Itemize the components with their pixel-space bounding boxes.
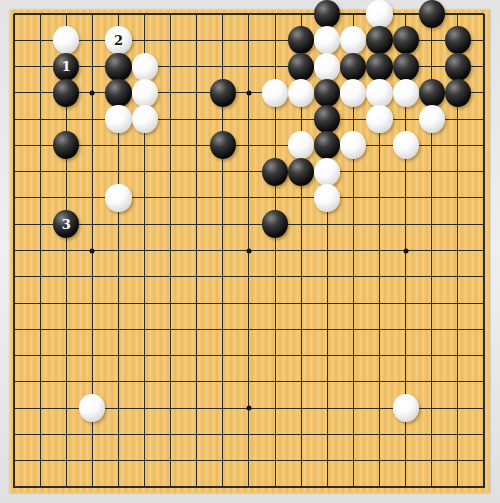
intersection[interactable] [27, 342, 53, 368]
intersection[interactable] [132, 342, 158, 368]
intersection[interactable] [27, 395, 53, 421]
intersection[interactable] [53, 316, 79, 342]
intersection[interactable] [210, 185, 236, 211]
white-stone[interactable] [366, 79, 392, 107]
intersection[interactable] [132, 447, 158, 473]
intersection[interactable] [340, 395, 366, 421]
intersection[interactable] [288, 395, 314, 421]
intersection[interactable] [158, 342, 184, 368]
intersection[interactable] [1, 342, 27, 368]
intersection[interactable] [158, 185, 184, 211]
intersection[interactable] [314, 474, 340, 500]
intersection[interactable] [105, 290, 131, 316]
intersection[interactable] [210, 53, 236, 79]
intersection[interactable] [393, 421, 419, 447]
black-stone[interactable] [366, 53, 392, 81]
intersection[interactable] [210, 1, 236, 27]
white-stone[interactable] [288, 79, 314, 107]
intersection[interactable] [393, 106, 419, 132]
intersection[interactable] [393, 342, 419, 368]
intersection[interactable] [471, 421, 497, 447]
intersection[interactable] [53, 185, 79, 211]
intersection[interactable] [262, 369, 288, 395]
intersection[interactable] [288, 1, 314, 27]
white-stone[interactable] [366, 0, 392, 28]
intersection[interactable] [184, 106, 210, 132]
intersection[interactable] [471, 211, 497, 237]
intersection[interactable] [340, 237, 366, 263]
intersection[interactable] [471, 316, 497, 342]
white-stone[interactable] [105, 105, 131, 133]
intersection[interactable] [314, 158, 340, 184]
intersection[interactable] [132, 80, 158, 106]
white-stone[interactable] [132, 105, 158, 133]
intersection[interactable] [393, 316, 419, 342]
intersection[interactable] [210, 27, 236, 53]
intersection[interactable] [393, 27, 419, 53]
black-stone[interactable] [105, 53, 131, 81]
intersection[interactable] [1, 53, 27, 79]
intersection[interactable] [236, 474, 262, 500]
intersection[interactable] [27, 185, 53, 211]
intersection[interactable] [158, 132, 184, 158]
black-stone[interactable] [314, 105, 340, 133]
intersection[interactable] [1, 158, 27, 184]
intersection[interactable] [105, 211, 131, 237]
intersection[interactable] [53, 474, 79, 500]
intersection[interactable] [340, 474, 366, 500]
intersection[interactable] [314, 27, 340, 53]
intersection[interactable] [262, 132, 288, 158]
intersection[interactable] [262, 53, 288, 79]
intersection[interactable] [105, 264, 131, 290]
intersection[interactable] [288, 474, 314, 500]
white-stone[interactable] [105, 184, 131, 212]
intersection[interactable] [53, 395, 79, 421]
intersection[interactable] [53, 421, 79, 447]
black-stone[interactable] [393, 53, 419, 81]
intersection[interactable] [158, 27, 184, 53]
intersection[interactable] [445, 132, 471, 158]
intersection[interactable] [236, 395, 262, 421]
intersection[interactable] [1, 369, 27, 395]
intersection[interactable] [262, 80, 288, 106]
intersection[interactable] [445, 316, 471, 342]
intersection[interactable] [236, 27, 262, 53]
intersection[interactable] [340, 447, 366, 473]
intersection[interactable] [79, 27, 105, 53]
intersection[interactable] [471, 290, 497, 316]
intersection[interactable] [366, 185, 392, 211]
intersection[interactable] [445, 53, 471, 79]
intersection[interactable] [314, 211, 340, 237]
intersection[interactable] [366, 342, 392, 368]
intersection[interactable] [236, 1, 262, 27]
intersection[interactable] [79, 158, 105, 184]
intersection[interactable] [419, 237, 445, 263]
intersection[interactable] [210, 211, 236, 237]
intersection[interactable] [184, 474, 210, 500]
intersection[interactable] [1, 211, 27, 237]
intersection[interactable] [236, 447, 262, 473]
intersection[interactable] [79, 264, 105, 290]
intersection[interactable] [288, 158, 314, 184]
intersection[interactable] [105, 237, 131, 263]
intersection[interactable] [132, 290, 158, 316]
intersection[interactable] [27, 369, 53, 395]
intersection[interactable] [236, 237, 262, 263]
intersection[interactable] [288, 316, 314, 342]
intersection[interactable] [1, 1, 27, 27]
intersection[interactable] [419, 290, 445, 316]
intersection[interactable] [184, 1, 210, 27]
black-stone[interactable] [419, 79, 445, 107]
intersection[interactable] [419, 342, 445, 368]
intersection[interactable] [314, 106, 340, 132]
intersection[interactable] [158, 158, 184, 184]
intersection[interactable] [105, 316, 131, 342]
intersection[interactable] [262, 447, 288, 473]
white-stone[interactable] [340, 131, 366, 159]
black-stone[interactable]: 1 [53, 53, 79, 81]
intersection[interactable] [340, 1, 366, 27]
intersection[interactable] [236, 185, 262, 211]
intersection[interactable] [471, 80, 497, 106]
intersection[interactable] [340, 27, 366, 53]
intersection[interactable] [471, 237, 497, 263]
intersection[interactable] [314, 185, 340, 211]
white-stone[interactable] [79, 394, 105, 422]
black-stone[interactable] [53, 79, 79, 107]
intersection[interactable] [445, 158, 471, 184]
intersection[interactable] [445, 264, 471, 290]
intersection[interactable] [262, 342, 288, 368]
intersection[interactable] [445, 1, 471, 27]
intersection[interactable] [1, 421, 27, 447]
intersection[interactable] [53, 1, 79, 27]
intersection[interactable] [105, 185, 131, 211]
intersection[interactable] [393, 395, 419, 421]
intersection[interactable] [27, 264, 53, 290]
intersection[interactable] [158, 1, 184, 27]
intersection[interactable] [27, 132, 53, 158]
intersection[interactable] [262, 211, 288, 237]
white-stone[interactable] [393, 131, 419, 159]
black-stone[interactable] [445, 26, 471, 54]
intersection[interactable] [340, 80, 366, 106]
intersection[interactable] [419, 395, 445, 421]
intersection[interactable] [419, 185, 445, 211]
intersection[interactable] [105, 53, 131, 79]
intersection[interactable] [105, 1, 131, 27]
intersection[interactable] [419, 474, 445, 500]
black-stone[interactable] [445, 79, 471, 107]
white-stone[interactable]: 2 [105, 26, 131, 54]
intersection[interactable] [1, 474, 27, 500]
black-stone[interactable] [445, 53, 471, 81]
intersection[interactable] [1, 132, 27, 158]
intersection[interactable] [79, 132, 105, 158]
intersection[interactable] [184, 316, 210, 342]
intersection[interactable] [236, 211, 262, 237]
intersection[interactable] [158, 421, 184, 447]
intersection[interactable] [79, 369, 105, 395]
intersection[interactable] [27, 447, 53, 473]
intersection[interactable] [471, 474, 497, 500]
intersection[interactable] [288, 342, 314, 368]
intersection[interactable] [366, 158, 392, 184]
intersection[interactable] [132, 211, 158, 237]
intersection[interactable] [132, 53, 158, 79]
intersection[interactable] [314, 342, 340, 368]
intersection[interactable] [184, 264, 210, 290]
intersection[interactable] [79, 421, 105, 447]
intersection[interactable] [210, 474, 236, 500]
intersection[interactable] [210, 106, 236, 132]
intersection[interactable] [158, 264, 184, 290]
intersection[interactable] [445, 342, 471, 368]
intersection[interactable] [288, 369, 314, 395]
intersection[interactable] [314, 132, 340, 158]
intersection[interactable] [184, 369, 210, 395]
intersection[interactable] [210, 264, 236, 290]
intersection[interactable] [419, 264, 445, 290]
intersection[interactable] [366, 211, 392, 237]
intersection[interactable] [445, 106, 471, 132]
intersection[interactable] [419, 316, 445, 342]
intersection[interactable] [393, 80, 419, 106]
intersection[interactable] [158, 395, 184, 421]
intersection[interactable] [184, 395, 210, 421]
intersection[interactable] [79, 106, 105, 132]
intersection[interactable] [236, 132, 262, 158]
intersection[interactable] [132, 106, 158, 132]
intersection[interactable] [132, 1, 158, 27]
intersection[interactable] [393, 290, 419, 316]
intersection[interactable] [210, 421, 236, 447]
intersection[interactable] [262, 474, 288, 500]
intersection[interactable] [366, 316, 392, 342]
intersection[interactable] [471, 447, 497, 473]
intersection[interactable] [393, 132, 419, 158]
intersection[interactable] [314, 237, 340, 263]
intersection[interactable]: 3 [53, 211, 79, 237]
intersection[interactable] [445, 80, 471, 106]
intersection[interactable] [184, 27, 210, 53]
intersection[interactable] [1, 27, 27, 53]
intersection[interactable] [419, 1, 445, 27]
intersection[interactable] [288, 132, 314, 158]
intersection[interactable] [79, 211, 105, 237]
intersection[interactable] [445, 185, 471, 211]
intersection[interactable] [471, 132, 497, 158]
intersection[interactable] [184, 342, 210, 368]
intersection[interactable] [340, 421, 366, 447]
intersection[interactable] [366, 474, 392, 500]
intersection[interactable] [132, 237, 158, 263]
intersection[interactable] [79, 290, 105, 316]
intersection[interactable] [262, 395, 288, 421]
intersection[interactable] [53, 106, 79, 132]
intersection[interactable] [1, 290, 27, 316]
intersection[interactable] [262, 237, 288, 263]
intersection[interactable] [471, 106, 497, 132]
intersection[interactable] [314, 447, 340, 473]
intersection[interactable] [158, 237, 184, 263]
intersection[interactable] [53, 264, 79, 290]
intersection[interactable] [184, 132, 210, 158]
intersection[interactable] [288, 421, 314, 447]
intersection[interactable] [53, 290, 79, 316]
black-stone[interactable] [314, 0, 340, 28]
black-stone[interactable] [366, 26, 392, 54]
intersection[interactable] [236, 342, 262, 368]
intersection[interactable] [158, 316, 184, 342]
white-stone[interactable] [288, 131, 314, 159]
intersection[interactable] [210, 447, 236, 473]
intersection[interactable] [132, 369, 158, 395]
white-stone[interactable] [340, 79, 366, 107]
intersection[interactable] [53, 342, 79, 368]
white-stone[interactable] [314, 184, 340, 212]
intersection[interactable] [184, 290, 210, 316]
black-stone[interactable] [288, 53, 314, 81]
intersection[interactable] [27, 80, 53, 106]
intersection[interactable] [236, 369, 262, 395]
white-stone[interactable] [419, 105, 445, 133]
intersection[interactable] [184, 158, 210, 184]
intersection[interactable] [79, 1, 105, 27]
intersection[interactable] [1, 316, 27, 342]
intersection[interactable] [445, 474, 471, 500]
white-stone[interactable] [340, 26, 366, 54]
intersection[interactable] [1, 80, 27, 106]
intersection[interactable] [445, 395, 471, 421]
intersection[interactable] [105, 421, 131, 447]
intersection[interactable] [132, 27, 158, 53]
white-stone[interactable] [262, 79, 288, 107]
intersection[interactable] [314, 316, 340, 342]
intersection[interactable] [262, 264, 288, 290]
intersection[interactable] [288, 211, 314, 237]
intersection[interactable] [27, 237, 53, 263]
white-stone[interactable] [53, 26, 79, 54]
intersection[interactable] [288, 447, 314, 473]
intersection[interactable] [340, 53, 366, 79]
intersection[interactable] [393, 474, 419, 500]
intersection[interactable] [210, 316, 236, 342]
intersection[interactable] [262, 185, 288, 211]
intersection[interactable] [132, 158, 158, 184]
white-stone[interactable] [393, 79, 419, 107]
intersection[interactable] [1, 237, 27, 263]
intersection[interactable] [79, 447, 105, 473]
black-stone[interactable] [314, 131, 340, 159]
intersection[interactable] [419, 27, 445, 53]
white-stone[interactable] [314, 26, 340, 54]
intersection[interactable] [53, 158, 79, 184]
intersection[interactable] [366, 395, 392, 421]
intersection[interactable] [314, 1, 340, 27]
intersection[interactable] [27, 316, 53, 342]
intersection[interactable] [236, 290, 262, 316]
intersection[interactable] [262, 27, 288, 53]
intersection[interactable] [393, 264, 419, 290]
intersection[interactable] [158, 106, 184, 132]
intersection[interactable] [340, 211, 366, 237]
intersection[interactable] [366, 237, 392, 263]
intersection[interactable] [340, 158, 366, 184]
intersection[interactable]: 1 [53, 53, 79, 79]
intersection[interactable] [27, 211, 53, 237]
intersection[interactable] [340, 316, 366, 342]
intersection[interactable] [471, 264, 497, 290]
intersection[interactable] [340, 342, 366, 368]
intersection[interactable] [366, 132, 392, 158]
intersection[interactable] [314, 369, 340, 395]
black-stone[interactable] [210, 79, 236, 107]
intersection[interactable] [471, 395, 497, 421]
black-stone[interactable] [262, 210, 288, 238]
intersection[interactable] [184, 447, 210, 473]
intersection[interactable] [27, 106, 53, 132]
intersection[interactable] [262, 316, 288, 342]
intersection[interactable] [340, 185, 366, 211]
intersection[interactable] [288, 80, 314, 106]
intersection[interactable] [445, 369, 471, 395]
intersection[interactable] [445, 237, 471, 263]
intersection[interactable] [105, 158, 131, 184]
white-stone[interactable] [314, 158, 340, 186]
intersection[interactable] [210, 290, 236, 316]
intersection[interactable] [132, 316, 158, 342]
intersection[interactable] [158, 80, 184, 106]
intersection[interactable] [105, 447, 131, 473]
intersection[interactable] [366, 1, 392, 27]
intersection[interactable] [184, 80, 210, 106]
black-stone[interactable]: 3 [53, 210, 79, 238]
intersection[interactable] [1, 447, 27, 473]
intersection[interactable] [288, 264, 314, 290]
intersection[interactable] [262, 1, 288, 27]
intersection[interactable] [419, 447, 445, 473]
black-stone[interactable] [53, 131, 79, 159]
black-stone[interactable] [314, 79, 340, 107]
intersection[interactable] [340, 369, 366, 395]
intersection[interactable] [340, 290, 366, 316]
intersection[interactable] [288, 290, 314, 316]
intersection[interactable] [184, 185, 210, 211]
intersection[interactable] [1, 264, 27, 290]
intersection[interactable] [53, 447, 79, 473]
intersection[interactable] [366, 264, 392, 290]
intersection[interactable] [340, 132, 366, 158]
intersection[interactable] [210, 132, 236, 158]
white-stone[interactable] [132, 79, 158, 107]
intersection[interactable] [393, 369, 419, 395]
intersection[interactable] [288, 237, 314, 263]
intersection[interactable] [184, 53, 210, 79]
intersection[interactable] [262, 158, 288, 184]
white-stone[interactable] [366, 105, 392, 133]
intersection[interactable] [132, 395, 158, 421]
black-stone[interactable] [393, 26, 419, 54]
intersection[interactable] [366, 53, 392, 79]
intersection[interactable] [158, 211, 184, 237]
go-board[interactable]: 213 [10, 10, 490, 493]
intersection[interactable] [236, 53, 262, 79]
intersection[interactable] [314, 80, 340, 106]
